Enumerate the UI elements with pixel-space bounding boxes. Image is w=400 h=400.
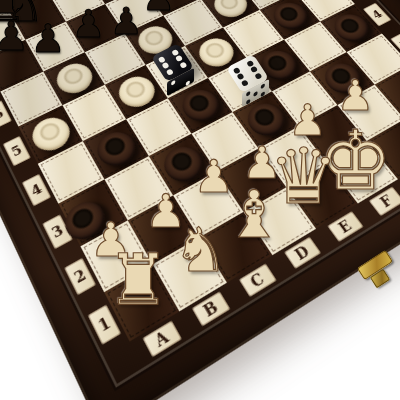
photo-viewport: ABCDEFGH8877665544332211ABCDEFGH ♜♞♝♛♚♟♟… — [0, 0, 400, 400]
game-board: ABCDEFGH8877665544332211ABCDEFGH — [0, 0, 400, 400]
board-grid: ABCDEFGH8877665544332211ABCDEFGH — [0, 0, 400, 384]
board-scene: ABCDEFGH8877665544332211ABCDEFGH ♜♞♝♛♚♟♟… — [0, 0, 400, 400]
